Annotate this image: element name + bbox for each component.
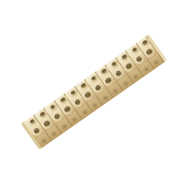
screw-hole <box>39 111 46 117</box>
screw-slot <box>106 80 110 82</box>
screw-hole <box>115 70 122 77</box>
screw-hole <box>111 61 118 67</box>
screw-slot <box>92 78 96 80</box>
screw-slot <box>30 121 34 123</box>
screw-hole <box>29 118 36 124</box>
screw-slot <box>123 56 127 58</box>
screw-slot <box>147 51 151 53</box>
screw-slot <box>112 63 116 65</box>
screw-slot <box>137 59 141 61</box>
screw-slot <box>45 123 49 125</box>
screw-hole <box>105 77 112 84</box>
screw-hole <box>121 54 128 60</box>
screw-slot <box>143 42 147 44</box>
screw-slot <box>133 49 137 51</box>
screw-hole <box>131 46 138 52</box>
strip-segments <box>23 36 164 148</box>
screw-slot <box>51 106 55 108</box>
screw-hole <box>125 63 132 70</box>
wire-entry-hole <box>91 102 99 110</box>
screw-slot <box>35 130 39 132</box>
wire-entry-hole <box>81 109 89 117</box>
screw-hole <box>90 75 97 81</box>
wire-entry-hole <box>71 116 79 124</box>
wire-entry-hole <box>50 130 58 138</box>
screw-hole <box>64 106 71 113</box>
wire-entry-hole <box>101 94 109 102</box>
screw-slot <box>96 87 100 89</box>
screw-slot <box>76 102 80 104</box>
screw-slot <box>55 116 59 118</box>
screw-hole <box>94 84 101 91</box>
screw-hole <box>53 113 60 120</box>
screw-hole <box>60 97 67 103</box>
screw-slot <box>61 99 65 101</box>
wire-entry-hole <box>112 87 120 95</box>
screw-slot <box>71 92 75 94</box>
screw-hole <box>135 56 142 63</box>
wire-entry-hole <box>132 73 140 81</box>
screw-hole <box>33 127 40 134</box>
wire-entry-hole <box>153 59 161 67</box>
screw-hole <box>49 104 56 110</box>
screw-slot <box>127 66 131 68</box>
terminal-strip <box>21 34 167 150</box>
screw-hole <box>74 99 81 106</box>
screw-hole <box>70 89 77 95</box>
screw-slot <box>41 113 45 115</box>
screw-hole <box>80 82 87 88</box>
wire-entry-hole <box>40 137 48 145</box>
screw-hole <box>43 120 50 127</box>
screw-slot <box>82 85 86 87</box>
screw-hole <box>145 49 152 56</box>
screw-hole <box>84 92 91 99</box>
screw-slot <box>117 73 121 75</box>
product-photo <box>0 0 180 180</box>
wire-entry-hole <box>122 80 130 88</box>
screw-hole <box>141 39 148 45</box>
wire-entry-hole <box>60 123 68 131</box>
screw-slot <box>102 70 106 72</box>
screw-slot <box>65 109 69 111</box>
wire-entry-hole <box>142 66 150 74</box>
screw-slot <box>86 94 90 96</box>
screw-hole <box>101 68 108 74</box>
